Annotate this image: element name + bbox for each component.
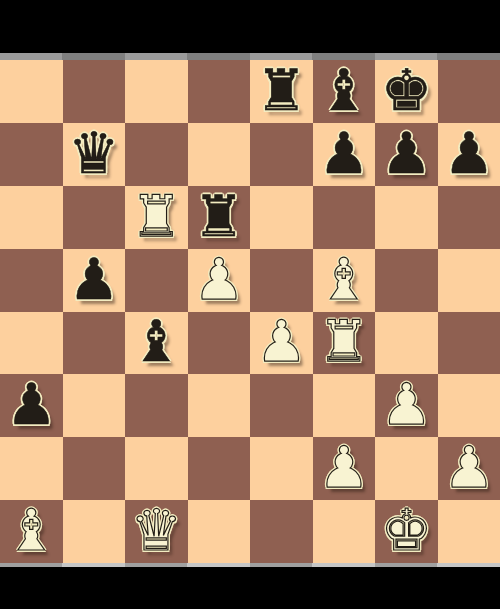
square-f1[interactable] [313,500,376,563]
piece-black-pawn-f7[interactable]: ♟ [318,125,369,182]
square-f5[interactable]: ♝ [313,249,376,312]
piece-white-pawn-d5[interactable]: ♟ [193,251,244,308]
square-a2[interactable] [0,437,63,500]
square-c3[interactable] [125,374,188,437]
square-d2[interactable] [188,437,251,500]
square-b8[interactable] [63,60,126,123]
square-d3[interactable] [188,374,251,437]
square-g5[interactable] [375,249,438,312]
square-b3[interactable] [63,374,126,437]
piece-white-bishop-f5[interactable]: ♝ [318,251,369,308]
square-g8[interactable]: ♚ [375,60,438,123]
piece-black-rook-e8[interactable]: ♜ [256,62,307,119]
square-c1[interactable]: ♛ [125,500,188,563]
chess-board: ♜♝♚♛♟♟♟♜♜♟♟♝♝♟♜♟♟♟♟♝♛♚ [0,60,500,563]
square-h2[interactable]: ♟ [438,437,500,500]
square-g7[interactable]: ♟ [375,123,438,186]
square-g3[interactable]: ♟ [375,374,438,437]
square-c6[interactable]: ♜ [125,186,188,249]
square-e6[interactable] [250,186,313,249]
piece-white-queen-c1[interactable]: ♛ [131,502,182,559]
screenshot-frame: ♜♝♚♛♟♟♟♜♜♟♟♝♝♟♜♟♟♟♟♝♛♚ [0,0,500,609]
square-e5[interactable] [250,249,313,312]
square-f4[interactable]: ♜ [313,312,376,375]
square-g1[interactable]: ♚ [375,500,438,563]
square-f3[interactable] [313,374,376,437]
piece-white-pawn-e4[interactable]: ♟ [256,313,307,370]
piece-white-king-g1[interactable]: ♚ [381,502,432,559]
square-d1[interactable] [188,500,251,563]
square-b5[interactable]: ♟ [63,249,126,312]
square-c8[interactable] [125,60,188,123]
square-h8[interactable] [438,60,500,123]
piece-white-bishop-a1[interactable]: ♝ [6,502,57,559]
square-b1[interactable] [63,500,126,563]
square-g2[interactable] [375,437,438,500]
square-g6[interactable] [375,186,438,249]
square-h4[interactable] [438,312,500,375]
piece-black-pawn-a3[interactable]: ♟ [6,376,57,433]
square-f7[interactable]: ♟ [313,123,376,186]
square-d4[interactable] [188,312,251,375]
square-f6[interactable] [313,186,376,249]
top-letterbox-bar [0,0,500,53]
square-a8[interactable] [0,60,63,123]
piece-black-pawn-g7[interactable]: ♟ [381,125,432,182]
piece-black-rook-d6[interactable]: ♜ [193,188,244,245]
square-h6[interactable] [438,186,500,249]
bottom-letterbox-bar [0,567,500,609]
square-e4[interactable]: ♟ [250,312,313,375]
square-c2[interactable] [125,437,188,500]
square-d5[interactable]: ♟ [188,249,251,312]
square-b4[interactable] [63,312,126,375]
piece-black-king-g8[interactable]: ♚ [381,62,432,119]
piece-white-pawn-h2[interactable]: ♟ [443,439,494,496]
square-a1[interactable]: ♝ [0,500,63,563]
piece-black-bishop-f8[interactable]: ♝ [318,62,369,119]
square-a3[interactable]: ♟ [0,374,63,437]
square-g4[interactable] [375,312,438,375]
piece-white-rook-f4[interactable]: ♜ [318,313,369,370]
square-c5[interactable] [125,249,188,312]
square-a4[interactable] [0,312,63,375]
square-a5[interactable] [0,249,63,312]
square-h1[interactable] [438,500,500,563]
square-e1[interactable] [250,500,313,563]
square-e3[interactable] [250,374,313,437]
piece-black-pawn-b5[interactable]: ♟ [68,251,119,308]
square-e8[interactable]: ♜ [250,60,313,123]
square-c7[interactable] [125,123,188,186]
piece-black-queen-b7[interactable]: ♛ [68,125,119,182]
square-d8[interactable] [188,60,251,123]
piece-black-pawn-h7[interactable]: ♟ [443,125,494,182]
square-b6[interactable] [63,186,126,249]
piece-white-rook-c6[interactable]: ♜ [131,188,182,245]
piece-white-pawn-g3[interactable]: ♟ [381,376,432,433]
square-e7[interactable] [250,123,313,186]
square-h5[interactable] [438,249,500,312]
piece-black-bishop-c4[interactable]: ♝ [131,313,182,370]
square-f8[interactable]: ♝ [313,60,376,123]
square-b2[interactable] [63,437,126,500]
square-d6[interactable]: ♜ [188,186,251,249]
square-f2[interactable]: ♟ [313,437,376,500]
square-h3[interactable] [438,374,500,437]
square-a7[interactable] [0,123,63,186]
piece-white-pawn-f2[interactable]: ♟ [318,439,369,496]
square-d7[interactable] [188,123,251,186]
square-e2[interactable] [250,437,313,500]
square-c4[interactable]: ♝ [125,312,188,375]
square-h7[interactable]: ♟ [438,123,500,186]
square-a6[interactable] [0,186,63,249]
square-b7[interactable]: ♛ [63,123,126,186]
